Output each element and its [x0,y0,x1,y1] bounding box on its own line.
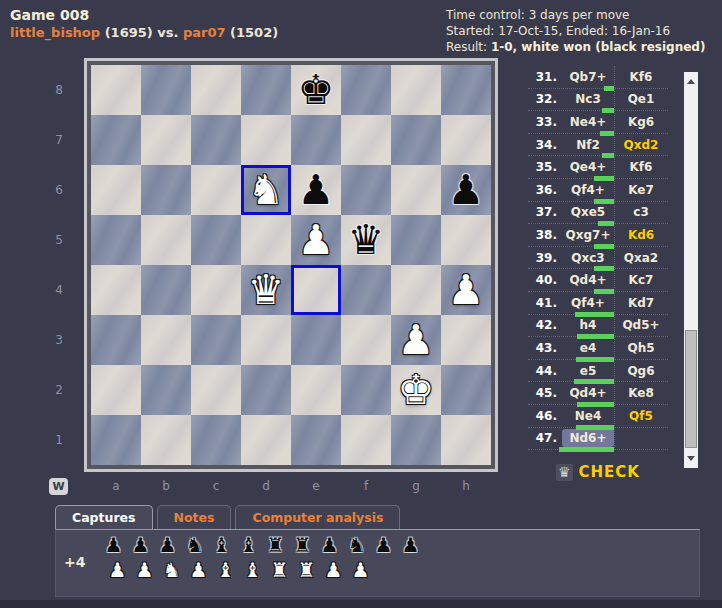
black-move[interactable]: Kf6 [614,160,668,174]
captured-black-p: ♟ [316,533,343,557]
move-number: 34. [528,138,562,152]
time-control: Time control: 3 days per move [446,7,705,23]
move-number: 36. [528,183,562,197]
white-move[interactable]: Nd6+ [562,431,614,445]
square-g1 [391,415,441,465]
white-move[interactable]: Qxg7+ [562,228,614,242]
square-d8 [241,65,291,115]
move-number: 37. [528,205,562,219]
captured-white-b: ♝ [239,558,266,582]
black-move[interactable]: Qe1 [614,92,668,106]
square-e4 [291,265,341,315]
move-number: 38. [528,228,562,242]
move-row-39[interactable]: 39.Qxc3Qxa2 [528,247,668,270]
square-f5 [341,215,391,265]
move-time-bar [602,153,614,158]
move-row-45[interactable]: 45.Qd4+Ke8 [528,382,668,405]
game-title: Game 008 [10,7,278,24]
black-move[interactable]: Qg6 [614,364,668,378]
black-move[interactable]: Kd6 [614,228,668,242]
captured-black-b: ♝ [235,533,262,557]
captured-white-pieces: ♟♟♞♟♝♝♜♜♟♟ [104,558,374,582]
white-move[interactable]: Qf4+ [562,183,614,197]
white-move[interactable]: h4 [562,318,614,332]
move-list-divider [614,66,615,450]
captured-white-r: ♜ [266,558,293,582]
result-value: 1-0, white won (black resigned) [491,40,705,54]
white-player-link[interactable]: little_bishop [10,25,100,40]
captured-black-p: ♟ [397,533,424,557]
square-d4 [241,265,291,315]
square-c3 [191,315,241,365]
square-e6 [291,165,341,215]
captured-white-p: ♟ [347,558,374,582]
scrollbar-thumb[interactable] [685,330,697,448]
captured-black-pieces: ♟♟♟♞♝♝♜♜♟♞♟♟ [100,533,424,557]
captured-black-r: ♜ [262,533,289,557]
move-time-bar [594,244,614,249]
move-time-bar [594,176,614,181]
black-move[interactable]: Qh5 [614,341,668,355]
move-time-bar [602,108,614,113]
move-time-bar [575,312,614,317]
black-move[interactable]: Ke8 [614,386,668,400]
move-row-47[interactable]: 47.Nd6+ [528,428,668,451]
rank-label-3: 3 [50,315,68,365]
move-time-bar [574,379,614,384]
square-a6 [91,165,141,215]
square-h4 [441,265,491,315]
square-h3 [441,315,491,365]
bottom-strip [0,600,722,608]
captured-black-p: ♟ [370,533,397,557]
black-move[interactable]: c3 [614,205,668,219]
file-label-g: g [391,477,441,495]
captured-black-n: ♞ [181,533,208,557]
white-rating: (1695) [105,25,153,40]
white-move[interactable]: e4 [562,341,614,355]
move-number: 41. [528,296,562,310]
square-b8 [141,65,191,115]
move-number: 43. [528,341,562,355]
square-c1 [191,415,241,465]
square-h5 [441,215,491,265]
move-time-bar [576,357,614,362]
header-left: Game 008 little_bishop (1695) vs. par07 … [10,7,278,41]
square-d7 [241,115,291,165]
game-dates: Started: 17-Oct-15, Ended: 16-Jan-16 [446,23,705,39]
move-number: 45. [528,386,562,400]
move-number: 35. [528,160,562,174]
square-a2 [91,365,141,415]
file-labels: abcdefgh [91,477,491,495]
captured-white-n: ♞ [158,558,185,582]
captured-white-p: ♟ [185,558,212,582]
file-label-h: h [441,477,491,495]
move-row-37[interactable]: 37.Qxe5c3 [528,202,668,225]
square-f7 [341,115,391,165]
black-move[interactable]: Ke7 [614,183,668,197]
square-b7 [141,115,191,165]
square-a1 [91,415,141,465]
white-move[interactable]: Qd4+ [562,273,614,287]
rank-label-4: 4 [50,265,68,315]
tab-bar: CapturesNotesComputer analysis [55,505,400,529]
square-d5 [241,215,291,265]
move-row-33[interactable]: 33.Ne4+Kg6 [528,111,668,134]
move-number: 31. [528,70,562,84]
move-time-bar [594,266,614,271]
square-b2 [141,365,191,415]
move-row-31[interactable]: 31.Qb7+Kf6 [528,66,668,89]
square-e7 [291,115,341,165]
square-g2 [391,365,441,415]
file-label-e: e [291,477,341,495]
move-row-42[interactable]: 42.h4Qd5+ [528,315,668,338]
square-h7 [441,115,491,165]
captures-panel: +4 ♟♟♟♞♝♝♜♜♟♞♟♟ ♟♟♞♟♝♝♜♜♟♟ [55,529,700,597]
captured-white-p: ♟ [131,558,158,582]
captured-black-r: ♜ [289,533,316,557]
square-d2 [241,365,291,415]
move-row-40[interactable]: 40.Qd4+Kc7 [528,269,668,292]
file-label-f: f [341,477,391,495]
move-list: 31.Qb7+Kf632.Nc3Qe133.Ne4+Kg634.Nf2Qxd23… [528,66,668,450]
move-number: 40. [528,273,562,287]
move-row-41[interactable]: 41.Qf4+Kd7 [528,292,668,315]
rank-label-2: 2 [50,365,68,415]
black-move[interactable]: Kg6 [614,115,668,129]
move-row-32[interactable]: 32.Nc3Qe1 [528,89,668,112]
square-c4 [191,265,241,315]
square-a5 [91,215,141,265]
move-time-bar [577,334,614,339]
rank-labels: 87654321 [50,65,68,465]
square-g4 [391,265,441,315]
tab-captures[interactable]: Captures [55,505,153,530]
file-label-a: a [91,477,141,495]
captured-white-b: ♝ [212,558,239,582]
captured-white-p: ♟ [104,558,131,582]
square-b1 [141,415,191,465]
black-move[interactable]: Qd5+ [614,318,668,332]
square-h6 [441,165,491,215]
move-time-bar [559,447,614,452]
square-c5 [191,215,241,265]
move-time-bar [594,199,614,204]
black-move[interactable]: Kd7 [614,296,668,310]
header-right: Time control: 3 days per move Started: 1… [446,7,705,55]
move-number: 32. [528,92,562,106]
scroll-down-icon[interactable] [687,456,695,461]
square-a8 [91,65,141,115]
black-rating: (1502) [230,25,278,40]
square-f1 [341,415,391,465]
black-move[interactable]: Qxd2 [614,138,668,152]
square-g3 [391,315,441,365]
white-move[interactable]: Nc3 [562,92,614,106]
white-move[interactable]: Qxe5 [562,205,614,219]
white-move[interactable]: Nf2 [562,138,614,152]
square-b6 [141,165,191,215]
captured-black-n: ♞ [343,533,370,557]
file-label-b: b [141,477,191,495]
move-number: 33. [528,115,562,129]
square-a3 [91,315,141,365]
captured-black-b: ♝ [208,533,235,557]
captured-black-p: ♟ [154,533,181,557]
move-time-bar [604,86,614,91]
check-label: CHECK [579,463,640,481]
square-e1 [291,415,341,465]
material-advantage: +4 [64,554,85,570]
check-indicator: ♛ CHECK [528,463,668,481]
square-h2 [441,365,491,415]
tab-notes[interactable]: Notes [157,505,232,529]
square-e3 [291,315,341,365]
square-c2 [191,365,241,415]
square-a7 [91,115,141,165]
crown-icon: ♛ [556,464,573,481]
move-row-44[interactable]: 44.e5Qg6 [528,360,668,383]
square-f6 [341,165,391,215]
captured-black-p: ♟ [100,533,127,557]
rank-label-6: 6 [50,165,68,215]
move-row-36[interactable]: 36.Qf4+Ke7 [528,179,668,202]
black-move[interactable]: Qxa2 [614,251,668,265]
square-g8 [391,65,441,115]
move-number: 39. [528,251,562,265]
captured-white-r: ♜ [293,558,320,582]
square-e5 [291,215,341,265]
captured-white-p: ♟ [320,558,347,582]
file-label-d: d [241,477,291,495]
tab-computer-analysis[interactable]: Computer analysis [235,505,400,529]
square-c8 [191,65,241,115]
white-move[interactable]: Ne4+ [562,115,614,129]
white-move[interactable]: Ne4 [562,409,614,423]
move-row-38[interactable]: 38.Qxg7+Kd6 [528,224,668,247]
white-move[interactable]: Qxc3 [562,251,614,265]
square-d1 [241,415,291,465]
move-time-bar [600,131,614,136]
move-row-46[interactable]: 46.Ne4Qf5 [528,405,668,428]
white-move[interactable]: Qd4+ [562,386,614,400]
square-g6 [391,165,441,215]
square-e2 [291,365,341,415]
square-h8 [441,65,491,115]
square-g7 [391,115,441,165]
black-player-link[interactable]: par07 [183,25,226,40]
white-side-badge: W [49,478,68,495]
square-h1 [441,415,491,465]
square-f4 [341,265,391,315]
square-b3 [141,315,191,365]
move-time-bar [576,425,614,430]
move-time-bar [577,402,614,407]
white-move[interactable]: Qe4+ [562,160,614,174]
square-b4 [141,265,191,315]
vs-label: vs. [157,25,178,40]
square-f3 [341,315,391,365]
move-number: 46. [528,409,562,423]
square-g5 [391,215,441,265]
players-line: little_bishop (1695) vs. par07 (1502) [10,24,278,41]
move-row-43[interactable]: 43.e4Qh5 [528,337,668,360]
black-move[interactable]: Kf6 [614,70,668,84]
game-result: Result: 1-0, white won (black resigned) [446,39,705,55]
file-label-c: c [191,477,241,495]
move-time-bar [598,221,614,226]
rank-label-5: 5 [50,215,68,265]
square-f2 [341,365,391,415]
move-time-bar [594,289,614,294]
rank-label-8: 8 [50,65,68,115]
square-c6 [191,165,241,215]
square-d6 [241,165,291,215]
scroll-up-icon[interactable] [687,79,695,84]
black-move[interactable]: Qf5 [614,409,668,423]
move-number: 47. [528,431,562,445]
captured-black-p: ♟ [127,533,154,557]
square-f8 [341,65,391,115]
move-number: 42. [528,318,562,332]
move-number: 44. [528,364,562,378]
page: Game 008 little_bishop (1695) vs. par07 … [0,0,722,608]
move-row-35[interactable]: 35.Qe4+Kf6 [528,156,668,179]
rank-label-1: 1 [50,415,68,465]
black-move[interactable]: Kc7 [614,273,668,287]
square-d3 [241,315,291,365]
square-a4 [91,265,141,315]
move-list-scrollbar[interactable] [684,72,698,468]
white-move[interactable]: Qb7+ [562,70,614,84]
square-b5 [141,215,191,265]
rank-label-7: 7 [50,115,68,165]
move-row-34[interactable]: 34.Nf2Qxd2 [528,134,668,157]
square-c7 [191,115,241,165]
square-e8 [291,65,341,115]
white-move[interactable]: Qf4+ [562,296,614,310]
white-move[interactable]: e5 [562,364,614,378]
board-frame: ♚♞♟♟♟♛♛♟♟♚ [84,58,498,472]
board-squares: ♚♞♟♟♟♛♛♟♟♚ [91,65,491,465]
